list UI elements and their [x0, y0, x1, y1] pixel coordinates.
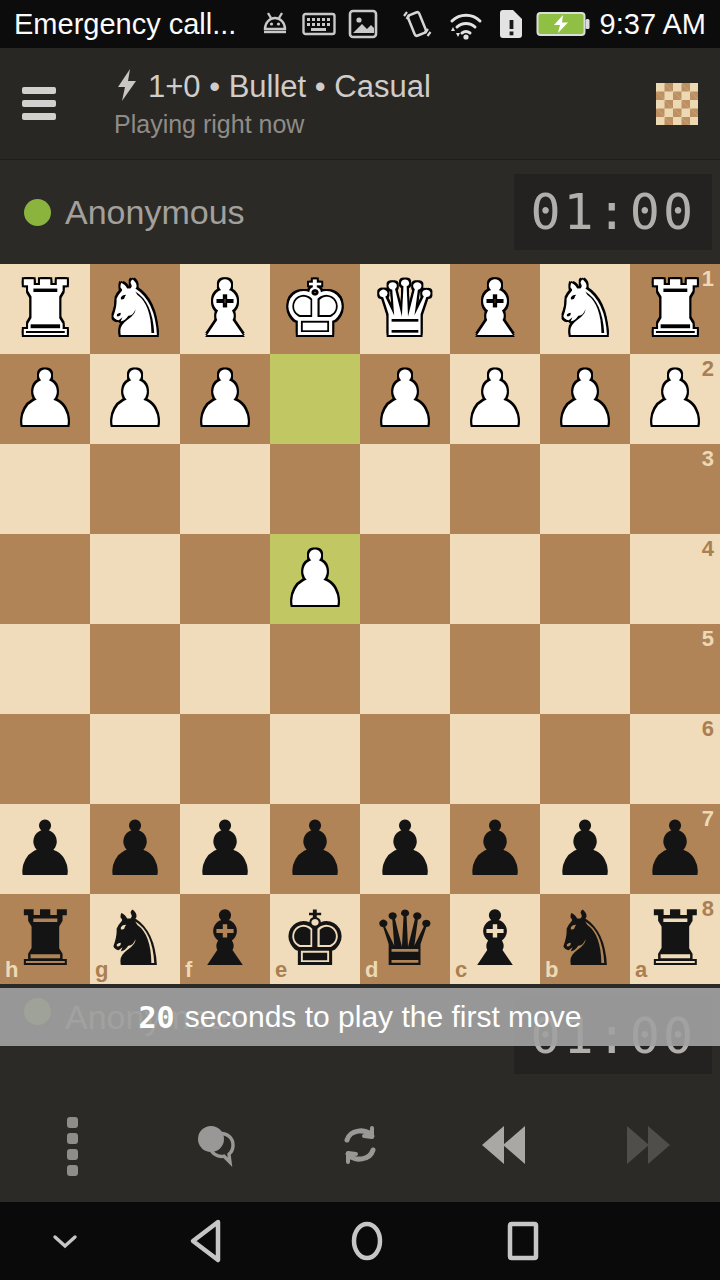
player-name-top: Anonymous — [65, 193, 245, 232]
square-d3[interactable] — [360, 444, 450, 534]
wifi-icon — [444, 7, 486, 41]
clock-time: 9:37 AM — [600, 8, 706, 41]
white-pawn: ♟ — [101, 361, 169, 437]
white-rook: ♜ — [641, 271, 709, 347]
square-c1[interactable]: ♝ — [450, 264, 540, 354]
white-bishop: ♝ — [461, 271, 529, 347]
file-label-e: e — [275, 957, 287, 983]
square-h5[interactable] — [0, 624, 90, 714]
square-e8[interactable]: ♚e — [270, 894, 360, 984]
square-h2[interactable]: ♟ — [0, 354, 90, 444]
black-pawn: ♟ — [461, 811, 529, 887]
square-c7[interactable]: ♟ — [450, 804, 540, 894]
square-f8[interactable]: ♝f — [180, 894, 270, 984]
square-b6[interactable] — [540, 714, 630, 804]
square-e6[interactable] — [270, 714, 360, 804]
square-f3[interactable] — [180, 444, 270, 534]
black-knight: ♞ — [101, 901, 169, 977]
file-label-d: d — [365, 957, 378, 983]
square-e1[interactable]: ♚ — [270, 264, 360, 354]
square-g8[interactable]: ♞g — [90, 894, 180, 984]
black-pawn: ♟ — [281, 811, 349, 887]
rank-label-3: 3 — [702, 446, 714, 472]
android-icon — [260, 9, 290, 39]
square-b7[interactable]: ♟ — [540, 804, 630, 894]
white-pawn: ♟ — [281, 541, 349, 617]
fast-forward-icon — [623, 1124, 673, 1169]
square-f1[interactable]: ♝ — [180, 264, 270, 354]
chevron-down-icon[interactable] — [20, 1202, 110, 1280]
square-a5[interactable]: 5 — [630, 624, 720, 714]
black-pawn: ♟ — [11, 811, 79, 887]
square-c6[interactable] — [450, 714, 540, 804]
toolbar — [0, 1090, 720, 1202]
square-d7[interactable]: ♟ — [360, 804, 450, 894]
square-c3[interactable] — [450, 444, 540, 534]
square-a7[interactable]: ♟7 — [630, 804, 720, 894]
white-pawn: ♟ — [551, 361, 619, 437]
player-row-top: Anonymous 01:00 — [0, 160, 720, 264]
file-label-f: f — [185, 957, 192, 983]
black-king: ♚ — [281, 901, 349, 977]
black-rook: ♜ — [11, 901, 79, 977]
game-status: Playing right now — [114, 110, 431, 139]
first-move-banner: 20 seconds to play the first move — [0, 988, 720, 1046]
square-d5[interactable] — [360, 624, 450, 714]
rank-label-1: 1 — [702, 266, 714, 292]
game-title: 1+0 • Bullet • Casual — [148, 69, 431, 105]
square-h3[interactable] — [0, 444, 90, 534]
flip-icon — [337, 1123, 383, 1170]
recents-icon[interactable] — [478, 1202, 568, 1280]
square-h6[interactable] — [0, 714, 90, 804]
flip-board-button[interactable] — [288, 1090, 432, 1202]
square-f5[interactable] — [180, 624, 270, 714]
square-g7[interactable]: ♟ — [90, 804, 180, 894]
square-c5[interactable] — [450, 624, 540, 714]
square-g5[interactable] — [90, 624, 180, 714]
rank-label-6: 6 — [702, 716, 714, 742]
black-pawn: ♟ — [101, 811, 169, 887]
square-f6[interactable] — [180, 714, 270, 804]
menu-icon[interactable] — [22, 74, 82, 134]
square-a2[interactable]: ♟2 — [630, 354, 720, 444]
square-b8[interactable]: ♞b — [540, 894, 630, 984]
square-a6[interactable]: 6 — [630, 714, 720, 804]
white-pawn: ♟ — [11, 361, 79, 437]
square-g6[interactable] — [90, 714, 180, 804]
file-label-c: c — [455, 957, 467, 983]
square-e4[interactable]: ♟ — [270, 534, 360, 624]
countdown-value: 20 — [139, 1000, 175, 1035]
square-a1[interactable]: ♜1 — [630, 264, 720, 354]
square-e5[interactable] — [270, 624, 360, 714]
white-pawn: ♟ — [191, 361, 259, 437]
forward-button[interactable] — [576, 1090, 720, 1202]
kebab-icon — [67, 1117, 78, 1176]
square-a8[interactable]: ♜8a — [630, 894, 720, 984]
rank-label-5: 5 — [702, 626, 714, 652]
rank-label-4: 4 — [702, 536, 714, 562]
clock-top: 01:00 — [514, 174, 712, 250]
carrier-label: Emergency call... — [14, 8, 236, 41]
status-bar: Emergency call... — [0, 0, 720, 48]
square-d4[interactable] — [360, 534, 450, 624]
app-header: 1+0 • Bullet • Casual Playing right now — [0, 48, 720, 160]
square-b2[interactable]: ♟ — [540, 354, 630, 444]
white-queen: ♛ — [371, 271, 439, 347]
square-f7[interactable]: ♟ — [180, 804, 270, 894]
app-screen: Emergency call... — [0, 0, 720, 1280]
square-e2[interactable] — [270, 354, 360, 444]
square-b5[interactable] — [540, 624, 630, 714]
square-d2[interactable]: ♟ — [360, 354, 450, 444]
square-h4[interactable] — [0, 534, 90, 624]
square-b1[interactable]: ♞ — [540, 264, 630, 354]
home-icon[interactable] — [322, 1202, 412, 1280]
white-bishop: ♝ — [191, 271, 259, 347]
square-g1[interactable]: ♞ — [90, 264, 180, 354]
square-f4[interactable] — [180, 534, 270, 624]
square-b3[interactable] — [540, 444, 630, 534]
chat-icon — [192, 1123, 240, 1170]
black-queen: ♛ — [371, 901, 439, 977]
battery-charging-icon — [536, 10, 590, 38]
white-knight: ♞ — [551, 271, 619, 347]
square-g2[interactable]: ♟ — [90, 354, 180, 444]
square-a4[interactable]: 4 — [630, 534, 720, 624]
file-label-h: h — [5, 957, 18, 983]
black-pawn: ♟ — [371, 811, 439, 887]
black-rook: ♜ — [641, 901, 709, 977]
rank-label-2: 2 — [702, 356, 714, 382]
rank-label-8: 8 — [702, 896, 714, 922]
image-icon — [348, 9, 378, 39]
square-e7[interactable]: ♟ — [270, 804, 360, 894]
square-f2[interactable]: ♟ — [180, 354, 270, 444]
sim-alert-icon — [496, 7, 526, 41]
white-pawn: ♟ — [461, 361, 529, 437]
file-label-a: a — [635, 957, 647, 983]
square-h8[interactable]: ♜h — [0, 894, 90, 984]
square-g3[interactable] — [90, 444, 180, 534]
android-nav-bar — [0, 1202, 720, 1280]
kebab-menu-button[interactable] — [0, 1090, 144, 1202]
white-pawn: ♟ — [641, 361, 709, 437]
back-icon[interactable] — [160, 1202, 250, 1280]
white-knight: ♞ — [101, 271, 169, 347]
square-c8[interactable]: ♝c — [450, 894, 540, 984]
black-bishop: ♝ — [461, 901, 529, 977]
countdown-text: seconds to play the first move — [185, 1000, 582, 1034]
chess-board: ♜♞♝♚♛♝♞♜1♟♟♟♟♟♟♟23♟456♟♟♟♟♟♟♟♟7♜h♞g♝f♚e♛… — [0, 264, 720, 984]
square-b4[interactable] — [540, 534, 630, 624]
black-pawn: ♟ — [191, 811, 259, 887]
square-d8[interactable]: ♛d — [360, 894, 450, 984]
chat-button[interactable] — [144, 1090, 288, 1202]
lightning-icon — [114, 68, 140, 106]
white-rook: ♜ — [11, 271, 79, 347]
black-pawn: ♟ — [641, 811, 709, 887]
square-g4[interactable] — [90, 534, 180, 624]
file-label-b: b — [545, 957, 558, 983]
black-pawn: ♟ — [551, 811, 619, 887]
black-knight: ♞ — [551, 901, 619, 977]
backward-button[interactable] — [432, 1090, 576, 1202]
rewind-icon — [479, 1124, 529, 1169]
keyboard-icon — [302, 10, 336, 38]
online-dot — [24, 199, 51, 226]
rank-label-7: 7 — [702, 806, 714, 832]
vibrate-icon — [400, 7, 434, 41]
square-e3[interactable] — [270, 444, 360, 534]
square-a3[interactable]: 3 — [630, 444, 720, 534]
square-d6[interactable] — [360, 714, 450, 804]
square-h7[interactable]: ♟ — [0, 804, 90, 894]
white-pawn: ♟ — [371, 361, 439, 437]
board-thumbnail[interactable] — [656, 83, 698, 125]
square-c2[interactable]: ♟ — [450, 354, 540, 444]
square-c4[interactable] — [450, 534, 540, 624]
file-label-g: g — [95, 957, 108, 983]
black-bishop: ♝ — [191, 901, 259, 977]
square-d1[interactable]: ♛ — [360, 264, 450, 354]
square-h1[interactable]: ♜ — [0, 264, 90, 354]
white-king: ♚ — [281, 271, 349, 347]
